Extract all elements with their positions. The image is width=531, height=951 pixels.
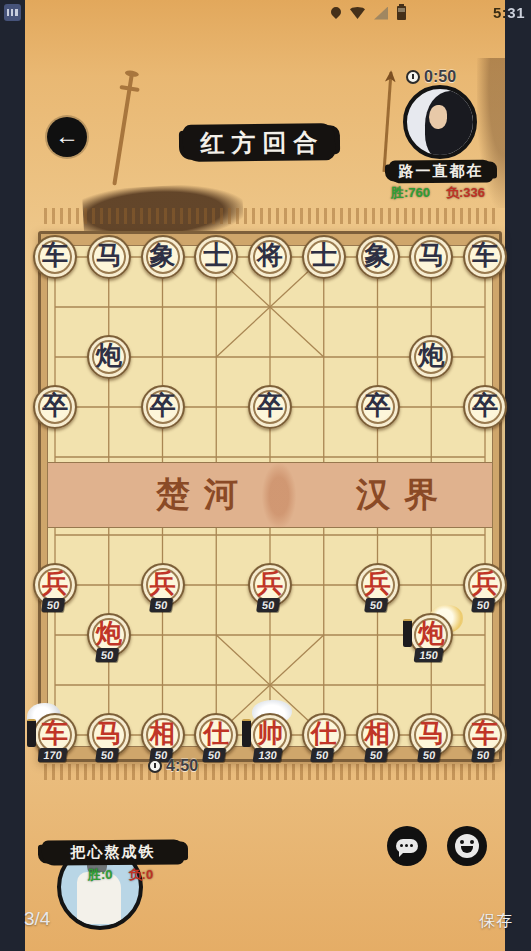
xiangqi-piece-black[interactable]: 象 [141, 235, 185, 279]
xiangqi-piece-red[interactable]: 相50 [356, 713, 400, 757]
back-arrow-icon: ← [55, 124, 79, 148]
chat-bubble-icon [396, 839, 418, 853]
piece-character: 兵 [365, 571, 391, 597]
save-button[interactable]: 保存 [479, 911, 513, 932]
xiangqi-piece-red[interactable]: 车50 [463, 713, 507, 757]
hp-badge: 50 [364, 598, 388, 612]
piece-character: 马 [418, 243, 444, 269]
opponent-record: 胜:760 负:336 [391, 184, 485, 202]
hp-badge: 50 [95, 748, 119, 762]
notification-icon [4, 4, 21, 21]
emoji-button[interactable] [447, 826, 487, 866]
piece-character: 相 [365, 721, 391, 747]
piece-character: 卒 [472, 393, 498, 419]
opponent-name: 路一直都在 [389, 160, 493, 184]
hp-badge: 50 [310, 748, 334, 762]
piece-character: 将 [257, 243, 283, 269]
xiangqi-piece-black[interactable]: 车 [463, 235, 507, 279]
clock-time: 5:31 [493, 4, 525, 21]
piece-character: 马 [96, 721, 122, 747]
xiangqi-piece-black[interactable]: 将 [248, 235, 292, 279]
xiangqi-piece-red[interactable]: 马50 [87, 713, 131, 757]
hp-badge: 170 [38, 748, 68, 762]
xiangqi-piece-black[interactable]: 士 [194, 235, 238, 279]
piece-skin-tag [242, 719, 251, 747]
xiangqi-piece-red[interactable]: 兵50 [248, 563, 292, 607]
piece-character: 兵 [150, 571, 176, 597]
piece-character: 兵 [42, 571, 68, 597]
piece-character: 卒 [365, 393, 391, 419]
status-icons [331, 5, 406, 21]
xiangqi-piece-red[interactable]: 相50 [141, 713, 185, 757]
xiangqi-piece-black[interactable]: 卒 [463, 385, 507, 429]
xiangqi-piece-red[interactable]: 炮50 [87, 613, 131, 657]
status-bar: 5:31 [0, 0, 531, 26]
xiangqi-piece-red[interactable]: 车170 [33, 713, 77, 757]
xiangqi-piece-black[interactable]: 炮 [87, 335, 131, 379]
xiangqi-piece-black[interactable]: 马 [87, 235, 131, 279]
piece-character: 车 [42, 243, 68, 269]
xiangqi-piece-red[interactable]: 马50 [409, 713, 453, 757]
hp-badge: 130 [253, 748, 283, 762]
back-button[interactable]: ← [47, 117, 87, 157]
xiangqi-piece-black[interactable]: 士 [302, 235, 346, 279]
player-name: 把心熬成铁 [42, 839, 184, 865]
losses-count: 负:336 [446, 184, 485, 202]
piece-character: 象 [150, 243, 176, 269]
opponent-timer: 0:50 [406, 68, 456, 86]
player-record: 胜:0 负:0 [88, 866, 153, 884]
xiangqi-piece-red[interactable]: 仕50 [302, 713, 346, 757]
xiangqi-piece-black[interactable]: 卒 [248, 385, 292, 429]
xiangqi-piece-black[interactable]: 卒 [33, 385, 77, 429]
wins-count: 胜:0 [88, 866, 113, 884]
hp-badge: 50 [256, 598, 280, 612]
xiangqi-piece-red[interactable]: 炮150 [409, 613, 453, 657]
hp-badge: 50 [202, 748, 226, 762]
piece-character: 象 [365, 243, 391, 269]
signal-icon [374, 7, 388, 20]
avatar-face [429, 105, 447, 129]
xiangqi-piece-black[interactable]: 卒 [356, 385, 400, 429]
piece-character: 士 [311, 243, 337, 269]
xiangqi-piece-red[interactable]: 帅130 [248, 713, 292, 757]
xiangqi-piece-red[interactable]: 兵50 [33, 563, 77, 607]
location-pin-icon [331, 7, 341, 20]
hp-badge: 150 [414, 648, 444, 662]
piece-character: 车 [42, 721, 68, 747]
battery-icon [397, 6, 406, 20]
turn-banner: 红方回合 [183, 123, 335, 162]
hp-badge: 50 [41, 598, 65, 612]
hp-badge: 50 [471, 598, 495, 612]
piece-character: 卒 [150, 393, 176, 419]
piece-character: 车 [472, 243, 498, 269]
xiangqi-piece-black[interactable]: 卒 [141, 385, 185, 429]
piece-skin-tag [403, 619, 412, 647]
piece-character: 车 [472, 721, 498, 747]
xiangqi-piece-black[interactable]: 炮 [409, 335, 453, 379]
piece-character: 马 [418, 721, 444, 747]
piece-character: 仕 [203, 721, 229, 747]
piece-character: 仕 [311, 721, 337, 747]
xiangqi-piece-black[interactable]: 马 [409, 235, 453, 279]
hp-badge: 50 [471, 748, 495, 762]
hp-badge: 50 [95, 648, 119, 662]
xiangqi-piece-black[interactable]: 象 [356, 235, 400, 279]
hp-badge: 50 [417, 748, 441, 762]
phone-screen: 5:31 ← 红方回合 0:50 路一直都在 胜:760 负:336 楚河 汉界… [0, 0, 531, 951]
opponent-avatar[interactable] [403, 85, 477, 159]
piece-character: 马 [96, 243, 122, 269]
hp-badge: 50 [364, 748, 388, 762]
losses-count: 负:0 [129, 866, 154, 884]
piece-character: 炮 [418, 621, 444, 647]
chat-button[interactable] [387, 826, 427, 866]
piece-character: 卒 [257, 393, 283, 419]
wifi-icon [350, 7, 365, 19]
page-indicator: 3/4 [24, 908, 50, 930]
piece-character: 相 [150, 721, 176, 747]
player-timer: 4:50 [148, 757, 198, 775]
piece-character: 卒 [42, 393, 68, 419]
piece-character: 炮 [96, 621, 122, 647]
wins-count: 胜:760 [391, 184, 430, 202]
piece-character: 士 [203, 243, 229, 269]
piece-character: 兵 [472, 571, 498, 597]
piece-character: 帅 [257, 721, 283, 747]
hp-badge: 50 [149, 598, 173, 612]
smiley-icon [455, 834, 479, 858]
xiangqi-piece-red[interactable]: 兵50 [141, 563, 185, 607]
timer-clock-icon [406, 70, 420, 84]
timer-clock-icon [148, 759, 162, 773]
piece-character: 炮 [418, 343, 444, 369]
xiangqi-piece-black[interactable]: 车 [33, 235, 77, 279]
piece-skin-tag [27, 719, 36, 747]
piece-character: 兵 [257, 571, 283, 597]
xiangqi-piece-red[interactable]: 兵50 [356, 563, 400, 607]
xiangqi-piece-red[interactable]: 兵50 [463, 563, 507, 607]
xiangqi-piece-red[interactable]: 仕50 [194, 713, 238, 757]
piece-character: 炮 [96, 343, 122, 369]
